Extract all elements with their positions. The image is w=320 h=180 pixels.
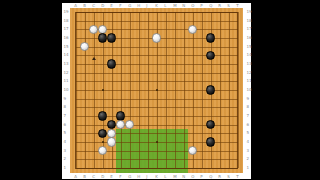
annotation-marker-icon [92, 57, 96, 60]
coord-label-right: 1 [247, 166, 250, 170]
coord-label-left: 19 [64, 10, 69, 14]
coord-label-bottom: B [83, 175, 86, 179]
black-stone [98, 111, 107, 120]
coord-label-left: 11 [64, 79, 69, 83]
coord-label-top: P [200, 4, 202, 8]
black-stone [206, 33, 215, 42]
coord-label-top: H [137, 4, 140, 8]
coord-label-top: C [92, 4, 95, 8]
coord-label-bottom: G [128, 175, 131, 179]
coord-label-top: J [146, 4, 147, 8]
coord-label-top: F [119, 4, 121, 8]
coord-label-bottom: P [200, 175, 202, 179]
white-stone [107, 137, 116, 146]
coord-label-right: 16 [247, 36, 252, 40]
coord-label-right: 11 [247, 79, 252, 83]
coord-label-top: A [74, 4, 77, 8]
coord-label-bottom: M [173, 175, 176, 179]
coord-label-right: 15 [247, 45, 252, 49]
coord-label-left: 7 [64, 114, 67, 118]
coord-label-left: 14 [64, 53, 69, 57]
black-stone [98, 33, 107, 42]
coord-label-left: 10 [64, 88, 69, 92]
coord-label-left: 16 [64, 36, 69, 40]
coord-label-right: 2 [247, 157, 250, 161]
coord-label-right: 6 [247, 123, 250, 127]
coord-label-bottom: A [74, 175, 77, 179]
coord-label-top: O [191, 4, 194, 8]
coord-label-left: 13 [64, 62, 69, 66]
coord-label-left: 15 [64, 45, 69, 49]
coord-label-right: 13 [247, 62, 252, 66]
go-board[interactable] [70, 8, 243, 173]
coord-label-left: 2 [64, 157, 67, 161]
coord-label-top: E [110, 4, 113, 8]
coord-label-left: 9 [64, 97, 67, 101]
coord-label-left: 17 [64, 27, 69, 31]
coord-label-bottom: N [182, 175, 185, 179]
coord-label-left: 1 [64, 166, 67, 170]
coord-label-right: 19 [247, 10, 252, 14]
coord-label-right: 10 [247, 88, 252, 92]
coord-label-right: 7 [247, 114, 250, 118]
coord-label-top: D [101, 4, 104, 8]
coord-label-bottom: J [146, 175, 147, 179]
black-stone [107, 59, 116, 68]
coord-label-left: 3 [64, 149, 67, 153]
coord-label-left: 4 [64, 140, 67, 144]
coord-label-bottom: K [155, 175, 158, 179]
coord-label-bottom: F [119, 175, 121, 179]
coord-label-top: R [218, 4, 221, 8]
board-panel: AABBCCDDEEFFGGHHJJKKLLMMNNOOPPQQRRSSTT19… [62, 3, 251, 179]
coord-label-right: 4 [247, 140, 250, 144]
coord-label-top: B [83, 4, 86, 8]
coord-label-bottom: L [164, 175, 166, 179]
coord-label-left: 18 [64, 19, 69, 23]
coord-label-bottom: R [218, 175, 221, 179]
coord-label-left: 6 [64, 123, 67, 127]
coord-label-right: 3 [247, 149, 250, 153]
coord-label-right: 14 [247, 53, 252, 57]
coord-label-top: L [164, 4, 166, 8]
coord-label-top: S [227, 4, 230, 8]
coord-label-right: 17 [247, 27, 252, 31]
coord-label-bottom: T [236, 175, 238, 179]
black-stone [206, 85, 215, 94]
coord-label-top: K [155, 4, 158, 8]
coord-label-bottom: H [137, 175, 140, 179]
coord-label-top: T [236, 4, 238, 8]
coord-label-bottom: O [191, 175, 194, 179]
coord-label-right: 12 [247, 71, 252, 75]
coord-label-right: 9 [247, 97, 250, 101]
coord-label-right: 8 [247, 105, 250, 109]
coord-label-left: 5 [64, 131, 67, 135]
black-stone [206, 137, 215, 146]
coord-label-bottom: D [101, 175, 104, 179]
coord-label-bottom: E [110, 175, 113, 179]
white-stone [152, 33, 161, 42]
coord-label-top: Q [209, 4, 212, 8]
coord-label-top: G [128, 4, 131, 8]
coord-label-top: M [173, 4, 176, 8]
coord-label-bottom: C [92, 175, 95, 179]
coord-label-right: 18 [247, 19, 252, 23]
screen: AABBCCDDEEFFGGHHJJKKLLMMNNOOPPQQRRSSTT19… [0, 0, 320, 180]
coord-label-right: 5 [247, 131, 250, 135]
black-stone [107, 33, 116, 42]
coord-label-bottom: S [227, 175, 230, 179]
coord-label-bottom: Q [209, 175, 212, 179]
coord-label-left: 8 [64, 105, 67, 109]
coord-label-left: 12 [64, 71, 69, 75]
coord-label-top: N [182, 4, 185, 8]
